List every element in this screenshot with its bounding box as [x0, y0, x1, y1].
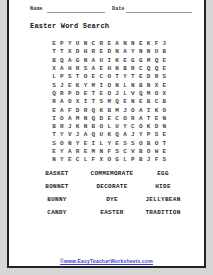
grid-cell: I	[105, 57, 113, 65]
grid-cell: O	[105, 81, 113, 89]
grid-cell: G	[137, 57, 145, 65]
grid-cell: S	[82, 65, 90, 73]
grid-cell: F	[66, 106, 74, 114]
grid-cell: O	[121, 115, 129, 123]
grid-cell: J	[66, 123, 74, 131]
grid-cell: B	[137, 81, 145, 89]
grid-cell: Q	[113, 98, 121, 106]
grid-cell: E	[160, 131, 168, 139]
grid-cell: I	[50, 115, 58, 123]
grid-cell: R	[129, 65, 137, 73]
grid-cell: M	[145, 57, 153, 65]
grid-cell: L	[97, 140, 105, 148]
grid-cell: I	[82, 98, 90, 106]
grid-cell: T	[50, 48, 58, 56]
grid-cell: D	[145, 73, 153, 81]
grid-cell: Q	[153, 65, 161, 73]
word-bank-item: EGG	[133, 167, 193, 180]
grid-cell: J	[113, 90, 121, 98]
grid-cell: B	[105, 106, 113, 114]
grid-cell: P	[58, 73, 66, 81]
grid-cell: Q	[145, 65, 153, 73]
grid-cell: Q	[89, 106, 97, 114]
grid-cell: D	[74, 48, 82, 56]
grid-cell: E	[105, 115, 113, 123]
grid-cell: N	[137, 48, 145, 56]
grid-cell: L	[121, 81, 129, 89]
grid-cell: A	[137, 115, 145, 123]
grid-cell: L	[105, 123, 113, 131]
grid-cell: C	[97, 73, 105, 81]
word-bank-item: HIDE	[133, 180, 193, 193]
grid-cell: J	[58, 81, 66, 89]
word-bank-item: DYE	[91, 193, 133, 206]
grid-cell: N	[160, 123, 168, 131]
grid-cell: F	[153, 40, 161, 48]
date-label: Date	[112, 6, 125, 12]
grid-cell: K	[74, 81, 82, 89]
grid-cell: K	[74, 123, 82, 131]
grid-cell: J	[160, 40, 168, 48]
grid-cell: R	[50, 98, 58, 106]
grid-cell: O	[58, 115, 66, 123]
grid-cell: X	[153, 81, 161, 89]
grid-cell: N	[113, 65, 121, 73]
grid-cell: N	[66, 140, 74, 148]
grid-cell: R	[153, 73, 161, 81]
grid-cell: F	[153, 156, 161, 164]
grid-cell: H	[82, 48, 90, 56]
grid-cell: E	[105, 40, 113, 48]
grid-cell: O	[160, 106, 168, 114]
grid-cell: R	[74, 148, 82, 156]
grid-cell: Q	[153, 57, 161, 65]
word-search-grid: EPYUNCREANNEKFJTTXDHREDNAYNNUBBQAGNAUIKE…	[50, 40, 168, 164]
grid-cell: Y	[105, 140, 113, 148]
grid-cell: A	[66, 115, 74, 123]
grid-cell: U	[153, 48, 161, 56]
grid-cell: E	[137, 73, 145, 81]
grid-cell: E	[50, 40, 58, 48]
grid-cell: D	[153, 123, 161, 131]
worksheet-page: Name Date Easter Word Search EPYUNCREANN…	[7, 0, 206, 268]
grid-cell: Y	[74, 140, 82, 148]
grid-cell: I	[89, 140, 97, 148]
grid-cell: F	[89, 156, 97, 164]
grid-cell: O	[58, 140, 66, 148]
grid-cell: R	[82, 106, 90, 114]
grid-cell: N	[50, 156, 58, 164]
grid-cell: R	[97, 40, 105, 48]
grid-cell: T	[89, 90, 97, 98]
grid-cell: G	[129, 57, 137, 65]
grid-cell: M	[145, 90, 153, 98]
grid-cell: K	[153, 106, 161, 114]
grid-cell: P	[145, 131, 153, 139]
grid-cell: E	[97, 48, 105, 56]
grid-cell: S	[129, 140, 137, 148]
grid-cell: Y	[66, 40, 74, 48]
grid-cell: D	[74, 106, 82, 114]
grid-cell: E	[137, 98, 145, 106]
word-bank-item: BONNET	[23, 180, 91, 193]
grid-cell: E	[121, 98, 129, 106]
grid-cell: Q	[113, 131, 121, 139]
grid-cell: X	[50, 65, 58, 73]
grid-cell: S	[121, 140, 129, 148]
grid-cell: A	[58, 65, 66, 73]
grid-cell: N	[82, 40, 90, 48]
grid-cell: B	[89, 123, 97, 131]
grid-cell: A	[89, 57, 97, 65]
word-bank-item: BASKET	[23, 167, 91, 180]
grid-cell: E	[113, 140, 121, 148]
grid-cell: E	[160, 65, 168, 73]
grid-cell: O	[105, 156, 113, 164]
grid-cell: U	[113, 123, 121, 131]
grid-cell: E	[160, 57, 168, 65]
word-bank: BASKET COMMEMORATE EGG BONNET DECORATE H…	[23, 167, 193, 219]
grid-cell: C	[121, 148, 129, 156]
grid-cell: P	[129, 156, 137, 164]
grid-cell: Q	[137, 90, 145, 98]
grid-cell: L	[50, 73, 58, 81]
grid-cell: C	[129, 123, 137, 131]
grid-cell: U	[74, 40, 82, 48]
grid-cell: I	[145, 106, 153, 114]
grid-cell: Q	[58, 57, 66, 65]
grid-cell: E	[160, 81, 168, 89]
grid-cell: Q	[89, 115, 97, 123]
grid-cell: B	[145, 140, 153, 148]
grid-cell: L	[121, 90, 129, 98]
grid-cell: A	[121, 131, 129, 139]
grid-cell: N	[82, 57, 90, 65]
grid-cell: N	[113, 48, 121, 56]
grid-cell: R	[129, 115, 137, 123]
grid-cell: O	[145, 148, 153, 156]
grid-cell: N	[82, 123, 90, 131]
grid-cell: O	[82, 73, 90, 81]
grid-cell: S	[50, 81, 58, 89]
grid-cell: C	[113, 115, 121, 123]
grid-cell: Y	[137, 131, 145, 139]
grid-cell: K	[145, 40, 153, 48]
grid-cell: G	[113, 156, 121, 164]
grid-cell: E	[82, 140, 90, 148]
grid-cell: H	[105, 65, 113, 73]
grid-cell: T	[89, 98, 97, 106]
grid-cell: F	[105, 148, 113, 156]
grid-cell: S	[50, 140, 58, 148]
grid-cell: E	[137, 40, 145, 48]
grid-cell: O	[137, 140, 145, 148]
grid-cell: Q	[89, 131, 97, 139]
grid-cell: N	[129, 40, 137, 48]
grid-cell: M	[89, 81, 97, 89]
word-bank-item: EASTER	[91, 206, 133, 219]
grid-cell: C	[74, 156, 82, 164]
grid-cell: M	[74, 115, 82, 123]
grid-cell: E	[97, 90, 105, 98]
grid-cell: C	[153, 98, 161, 106]
grid-cell: A	[66, 57, 74, 65]
grid-cell: A	[58, 106, 66, 114]
grid-cell: N	[113, 81, 121, 89]
grid-cell: R	[74, 65, 82, 73]
grid-cell: S	[160, 73, 168, 81]
grid-cell: A	[113, 40, 121, 48]
grid-cell: D	[105, 48, 113, 56]
page-title: Easter Word Search	[30, 22, 109, 30]
grid-cell: E	[82, 90, 90, 98]
grid-cell: Y	[58, 156, 66, 164]
grid-cell: H	[66, 65, 74, 73]
grid-cell: M	[89, 148, 97, 156]
grid-cell: R	[58, 90, 66, 98]
grid-cell: K	[145, 123, 153, 131]
grid-cell: K	[113, 57, 121, 65]
grid-cell: N	[145, 81, 153, 89]
grid-cell: Y	[58, 148, 66, 156]
word-bank-item: COMMEMORATE	[91, 167, 133, 180]
word-bank-item: TRADITION	[133, 206, 193, 219]
grid-cell: E	[121, 57, 129, 65]
grid-cell: N	[129, 81, 137, 89]
grid-cell: X	[74, 98, 82, 106]
grid-cell: S	[66, 73, 74, 81]
grid-cell: A	[137, 106, 145, 114]
grid-cell: C	[137, 65, 145, 73]
grid-cell: E	[66, 81, 74, 89]
word-bank-item: JELLYBEAN	[133, 193, 193, 206]
grid-cell: K	[97, 106, 105, 114]
grid-cell: L	[82, 156, 90, 164]
grid-cell: S	[97, 98, 105, 106]
grid-cell: Y	[121, 123, 129, 131]
grid-cell: R	[58, 123, 66, 131]
grid-cell: K	[105, 131, 113, 139]
grid-cell: U	[97, 57, 105, 65]
grid-cell: J	[145, 156, 153, 164]
grid-cell: E	[89, 73, 97, 81]
grid-cell: T	[74, 73, 82, 81]
grid-cell: O	[137, 123, 145, 131]
grid-cell: O	[153, 140, 161, 148]
grid-cell: Y	[58, 131, 66, 139]
grid-cell: P	[66, 90, 74, 98]
grid-cell: B	[160, 98, 168, 106]
grid-cell: U	[97, 131, 105, 139]
grid-cell: N	[160, 115, 168, 123]
word-bank-item: DECORATE	[91, 180, 133, 193]
grid-cell: P	[58, 40, 66, 48]
grid-cell: B	[160, 48, 168, 56]
grid-cell: O	[97, 123, 105, 131]
grid-cell: O	[105, 90, 113, 98]
grid-cell: A	[66, 148, 74, 156]
website-link[interactable]: ©www.EasyTeacherWorksheets.com	[60, 258, 153, 264]
grid-cell: Y	[82, 81, 90, 89]
grid-cell: J	[74, 131, 82, 139]
grid-cell: E	[160, 148, 168, 156]
grid-cell: T	[50, 131, 58, 139]
grid-cell: O	[129, 106, 137, 114]
name-blank-line	[47, 11, 105, 13]
grid-cell: B	[50, 123, 58, 131]
grid-cell: X	[66, 48, 74, 56]
grid-cell: N	[145, 48, 153, 56]
grid-cell: O	[105, 73, 113, 81]
grid-cell: M	[113, 106, 121, 114]
grid-cell: O	[66, 98, 74, 106]
grid-cell: T	[145, 115, 153, 123]
grid-cell: M	[105, 98, 113, 106]
date-blank-line	[126, 11, 192, 13]
grid-cell: W	[153, 148, 161, 156]
grid-cell: Q	[50, 90, 58, 98]
grid-cell: T	[160, 140, 168, 148]
grid-cell: B	[50, 57, 58, 65]
grid-cell: A	[121, 48, 129, 56]
grid-cell: B	[137, 148, 145, 156]
grid-cell: A	[82, 131, 90, 139]
grid-cell: E	[66, 156, 74, 164]
grid-cell: N	[82, 115, 90, 123]
grid-cell: G	[74, 57, 82, 65]
grid-cell: B	[121, 65, 129, 73]
grid-cell: Y	[121, 73, 129, 81]
grid-cell: X	[160, 90, 168, 98]
grid-cell: C	[89, 40, 97, 48]
grid-cell: E	[50, 148, 58, 156]
grid-cell: T	[58, 48, 66, 56]
grid-cell: S	[153, 131, 161, 139]
word-bank-item: CANDY	[23, 206, 91, 219]
word-bank-item: BUNNY	[23, 193, 91, 206]
grid-cell: T	[113, 73, 121, 81]
grid-cell: A	[58, 98, 66, 106]
footer: ©www.EasyTeacherWorksheets.com	[9, 250, 204, 268]
grid-cell: N	[97, 148, 105, 156]
grid-cell: O	[153, 90, 161, 98]
grid-cell: L	[121, 156, 129, 164]
grid-cell: V	[66, 131, 74, 139]
grid-cell: Y	[129, 48, 137, 56]
grid-cell: B	[137, 156, 145, 164]
grid-cell: E	[50, 106, 58, 114]
grid-cell: D	[74, 90, 82, 98]
grid-cell: E	[82, 148, 90, 156]
grid-cell: V	[129, 90, 137, 98]
grid-cell: V	[129, 148, 137, 156]
grid-cell: S	[160, 156, 168, 164]
grid-cell: I	[97, 81, 105, 89]
grid-cell: X	[97, 156, 105, 164]
grid-cell: A	[89, 65, 97, 73]
grid-cell: E	[97, 65, 105, 73]
grid-cell: D	[97, 115, 105, 123]
name-label: Name	[30, 6, 43, 12]
grid-cell: J	[121, 106, 129, 114]
grid-cell: R	[89, 48, 97, 56]
grid-cell: N	[121, 40, 129, 48]
grid-cell: E	[153, 115, 161, 123]
grid-cell: T	[129, 73, 137, 81]
grid-cell: S	[113, 148, 121, 156]
grid-cell: N	[129, 98, 137, 106]
grid-cell: B	[145, 98, 153, 106]
grid-cell: J	[129, 131, 137, 139]
